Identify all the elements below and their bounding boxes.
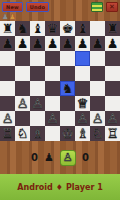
captured-piece-icon-gray: ♟ xyxy=(2,14,8,21)
white-piece-r-h1: ♖ xyxy=(107,126,119,141)
square-e6[interactable] xyxy=(60,51,75,66)
square-a7[interactable]: ♟ xyxy=(0,36,15,51)
indicator-strip: ♟ ♟ xyxy=(0,13,120,21)
square-h7[interactable]: ♟ xyxy=(105,36,120,51)
black-piece-q-d8: ♛ xyxy=(47,21,59,36)
toolbar: New Undo ✕ xyxy=(0,0,120,13)
square-g2[interactable]: ♙ xyxy=(90,111,105,126)
chess-app-window: New Undo ✕ ♟ ♟ ♜♞♝♛♚♝♜♟♟♟♟♟♟♟♟♞♙♙♕♙♙♙♙♙♖… xyxy=(0,0,120,200)
black-piece-k-e8: ♚ xyxy=(62,21,74,36)
square-d1[interactable] xyxy=(45,126,60,141)
white-piece-n-g1: ♘ xyxy=(92,126,104,141)
white-piece-q-f3: ♕ xyxy=(77,96,89,111)
square-f1[interactable]: ♗ xyxy=(75,126,90,141)
square-f5[interactable] xyxy=(75,66,90,81)
square-f2[interactable]: ♙ xyxy=(75,111,90,126)
black-piece-p-d7: ♟ xyxy=(47,36,59,51)
black-piece-b-c8: ♝ xyxy=(32,21,44,36)
square-b5[interactable] xyxy=(15,66,30,81)
square-b6[interactable] xyxy=(15,51,30,66)
white-captured-count: 0 xyxy=(82,152,89,163)
captured-piece-icon-gold: ♟ xyxy=(9,14,15,21)
black-piece-p-h7: ♟ xyxy=(107,36,119,51)
square-h8[interactable]: ♜ xyxy=(105,21,120,36)
square-b2[interactable] xyxy=(15,111,30,126)
square-c1[interactable]: ♗ xyxy=(30,126,45,141)
black-piece-b-f8: ♝ xyxy=(77,21,89,36)
square-e5[interactable] xyxy=(60,66,75,81)
black-pawn-icon: ♟ xyxy=(44,152,54,163)
square-a1[interactable]: ♖ xyxy=(0,126,15,141)
square-e2[interactable] xyxy=(60,111,75,126)
square-c4[interactable] xyxy=(30,81,45,96)
new-game-button[interactable]: New xyxy=(2,2,23,12)
square-g1[interactable]: ♘ xyxy=(90,126,105,141)
white-piece-p-b3: ♙ xyxy=(17,96,29,111)
square-c7[interactable]: ♟ xyxy=(30,36,45,51)
black-piece-p-g7: ♟ xyxy=(92,36,104,51)
white-piece-p-c3: ♙ xyxy=(32,96,44,111)
white-piece-p-a2: ♙ xyxy=(2,111,14,126)
square-a4[interactable] xyxy=(0,81,15,96)
capture-tray: 0 ♟ ♙ 0 xyxy=(0,141,120,174)
black-piece-n-b8: ♞ xyxy=(17,21,29,36)
close-icon[interactable]: ✕ xyxy=(106,2,118,12)
square-h5[interactable] xyxy=(105,66,120,81)
black-piece-p-b7: ♟ xyxy=(17,36,29,51)
black-piece-n-e4: ♞ xyxy=(62,81,74,96)
square-c2[interactable] xyxy=(30,111,45,126)
black-piece-p-c7: ♟ xyxy=(32,36,44,51)
white-piece-p-f2: ♙ xyxy=(77,111,89,126)
square-a6[interactable] xyxy=(0,51,15,66)
black-piece-r-a8: ♜ xyxy=(2,21,14,36)
player-bar: Android ♦ Player 1 xyxy=(0,174,120,200)
square-b4[interactable] xyxy=(15,81,30,96)
menu-stripes-icon[interactable] xyxy=(91,2,103,12)
vs-icon: ♦ xyxy=(56,183,63,192)
bottom-player-name: Player 1 xyxy=(66,183,103,192)
square-e8[interactable]: ♚ xyxy=(60,21,75,36)
black-piece-p-f7: ♟ xyxy=(77,36,89,51)
black-piece-p-e7: ♟ xyxy=(62,36,74,51)
square-d2[interactable]: ♙ xyxy=(45,111,60,126)
square-a5[interactable] xyxy=(0,66,15,81)
white-piece-p-d2: ♙ xyxy=(47,111,59,126)
black-captured-count: 0 xyxy=(31,152,38,163)
square-g6[interactable] xyxy=(90,51,105,66)
square-f3[interactable]: ♕ xyxy=(75,96,90,111)
white-piece-r-a1: ♖ xyxy=(2,126,14,141)
white-turn-button[interactable]: ♙ xyxy=(60,150,76,166)
white-piece-b-f1: ♗ xyxy=(77,126,89,141)
square-f6[interactable] xyxy=(75,51,90,66)
square-e3[interactable] xyxy=(60,96,75,111)
square-c8[interactable]: ♝ xyxy=(30,21,45,36)
square-g3[interactable] xyxy=(90,96,105,111)
square-g5[interactable] xyxy=(90,66,105,81)
square-b3[interactable]: ♙ xyxy=(15,96,30,111)
black-piece-r-h8: ♜ xyxy=(107,21,119,36)
square-h4[interactable] xyxy=(105,81,120,96)
square-d5[interactable] xyxy=(45,66,60,81)
square-b7[interactable]: ♟ xyxy=(15,36,30,51)
square-e4[interactable]: ♞ xyxy=(60,81,75,96)
square-h2[interactable]: ♙ xyxy=(105,111,120,126)
square-e1[interactable]: ♔ xyxy=(60,126,75,141)
square-d3[interactable] xyxy=(45,96,60,111)
square-d4[interactable] xyxy=(45,81,60,96)
square-a2[interactable]: ♙ xyxy=(0,111,15,126)
white-pawn-icon: ♙ xyxy=(63,152,73,163)
square-f7[interactable]: ♟ xyxy=(75,36,90,51)
black-piece-p-a7: ♟ xyxy=(2,36,14,51)
square-c6[interactable] xyxy=(30,51,45,66)
square-c3[interactable]: ♙ xyxy=(30,96,45,111)
square-b1[interactable]: ♘ xyxy=(15,126,30,141)
square-f4[interactable] xyxy=(75,81,90,96)
square-e7[interactable]: ♟ xyxy=(60,36,75,51)
square-g7[interactable]: ♟ xyxy=(90,36,105,51)
square-c5[interactable] xyxy=(30,66,45,81)
square-h1[interactable]: ♖ xyxy=(105,126,120,141)
top-player-name: Android xyxy=(17,183,53,192)
square-d7[interactable]: ♟ xyxy=(45,36,60,51)
white-piece-p-g2: ♙ xyxy=(92,111,104,126)
square-d8[interactable]: ♛ xyxy=(45,21,60,36)
undo-button[interactable]: Undo xyxy=(26,2,49,12)
white-piece-k-e1: ♔ xyxy=(62,126,74,141)
square-g8[interactable] xyxy=(90,21,105,36)
square-h3[interactable] xyxy=(105,96,120,111)
white-piece-b-c1: ♗ xyxy=(32,126,44,141)
square-g4[interactable] xyxy=(90,81,105,96)
square-h6[interactable] xyxy=(105,51,120,66)
chess-board: ♜♞♝♛♚♝♜♟♟♟♟♟♟♟♟♞♙♙♕♙♙♙♙♙♖♘♗♔♗♘♖ xyxy=(0,21,120,141)
white-piece-n-b1: ♘ xyxy=(17,126,29,141)
square-a8[interactable]: ♜ xyxy=(0,21,15,36)
square-a3[interactable] xyxy=(0,96,15,111)
square-d6[interactable] xyxy=(45,51,60,66)
square-f8[interactable]: ♝ xyxy=(75,21,90,36)
square-b8[interactable]: ♞ xyxy=(15,21,30,36)
white-piece-p-h2: ♙ xyxy=(107,111,119,126)
